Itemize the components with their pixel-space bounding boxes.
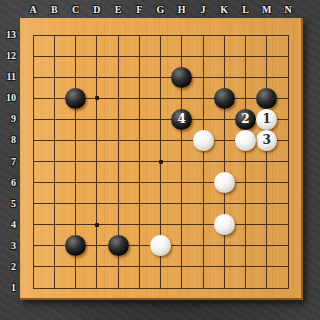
- column-label-L: L: [238, 4, 254, 16]
- column-label-B: B: [46, 4, 62, 16]
- grid-line-horizontal: [33, 288, 289, 289]
- row-label-12: 12: [0, 50, 16, 62]
- column-label-A: A: [25, 4, 41, 16]
- star-point-D4: [95, 223, 99, 227]
- row-label-11: 11: [0, 71, 16, 83]
- stone-white-M9: 1: [256, 109, 277, 130]
- column-label-M: M: [259, 4, 275, 16]
- stone-black-L9: 2: [235, 109, 256, 130]
- column-label-F: F: [131, 4, 147, 16]
- row-label-8: 8: [0, 134, 16, 146]
- grid-line-vertical: [203, 35, 204, 289]
- grid-line-horizontal: [33, 203, 289, 204]
- move-number: 1: [263, 109, 271, 130]
- stone-black-K10: [214, 88, 235, 109]
- move-number: 4: [178, 109, 186, 130]
- row-label-4: 4: [0, 219, 16, 231]
- grid-line-vertical: [288, 35, 289, 289]
- star-point-G7: [159, 160, 163, 164]
- row-label-13: 13: [0, 29, 16, 41]
- move-number: 3: [263, 130, 271, 151]
- row-label-7: 7: [0, 156, 16, 168]
- stone-black-M10: [256, 88, 277, 109]
- stone-black-E3: [108, 235, 129, 256]
- row-label-3: 3: [0, 240, 16, 252]
- column-label-N: N: [280, 4, 296, 16]
- grid-line-vertical: [224, 35, 225, 289]
- grid-line-horizontal: [33, 224, 289, 225]
- grid-line-vertical: [245, 35, 246, 289]
- column-label-D: D: [89, 4, 105, 16]
- row-label-6: 6: [0, 177, 16, 189]
- column-label-E: E: [110, 4, 126, 16]
- grid-line-horizontal: [33, 182, 289, 183]
- stone-black-H9: 4: [171, 109, 192, 130]
- row-label-5: 5: [0, 198, 16, 210]
- stone-white-J8: [193, 130, 214, 151]
- column-label-J: J: [195, 4, 211, 16]
- column-label-H: H: [174, 4, 190, 16]
- row-label-9: 9: [0, 113, 16, 125]
- move-number: 2: [241, 109, 249, 130]
- stone-black-C10: [65, 88, 86, 109]
- stone-white-L8: [235, 130, 256, 151]
- column-label-K: K: [216, 4, 232, 16]
- stone-white-M8: 3: [256, 130, 277, 151]
- go-diagram: ABCDEFGHJKLMN13121110987654321 4213: [0, 0, 320, 320]
- star-point-D10: [95, 96, 99, 100]
- stone-white-K4: [214, 214, 235, 235]
- column-label-G: G: [153, 4, 169, 16]
- column-label-C: C: [68, 4, 84, 16]
- grid-line-vertical: [266, 35, 267, 289]
- row-label-1: 1: [0, 282, 16, 294]
- grid-line-horizontal: [33, 266, 289, 267]
- row-label-10: 10: [0, 92, 16, 104]
- stone-black-H11: [171, 67, 192, 88]
- stone-white-K6: [214, 172, 235, 193]
- row-label-2: 2: [0, 261, 16, 273]
